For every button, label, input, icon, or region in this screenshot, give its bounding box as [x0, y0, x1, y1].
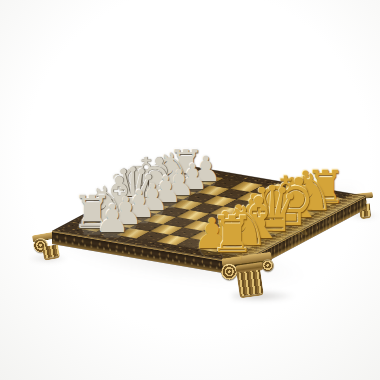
- left-foot-shadow: [28, 254, 68, 263]
- piece-glyph: ♜: [209, 210, 254, 260]
- chess-set-photo: ♜♜♞♞♝♝♛♛♚♚♝♝♞♞♜♜♟♟♟♟♟♟♟♟♟♟♟♟♟♟♟♟♟♟♟♟♟♟♟♟…: [0, 0, 380, 380]
- ionic-fluted-shaft: [42, 244, 60, 261]
- front-foot-shadow: [232, 290, 296, 302]
- ionic-volute-icon: [33, 237, 49, 253]
- piece-glyph: ♟: [95, 199, 130, 238]
